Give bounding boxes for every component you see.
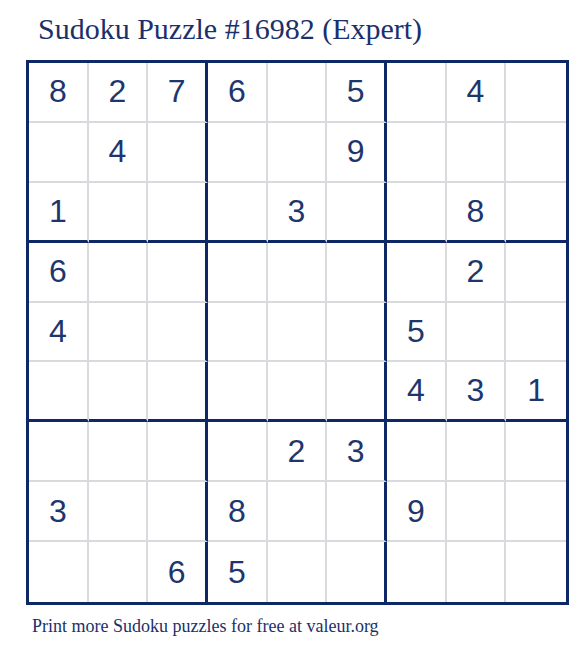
cell-r6c1[interactable] — [29, 362, 89, 422]
cell-r5c8[interactable] — [447, 303, 507, 363]
cell-r7c6: 3 — [327, 422, 387, 482]
cell-r6c4[interactable] — [208, 362, 268, 422]
cell-r2c6: 9 — [327, 123, 387, 183]
cell-r7c8[interactable] — [447, 422, 507, 482]
cell-r9c6[interactable] — [327, 542, 387, 602]
cell-r9c9[interactable] — [506, 542, 566, 602]
cell-r1c1: 8 — [29, 63, 89, 123]
cell-r9c8[interactable] — [447, 542, 507, 602]
cell-r5c9[interactable] — [506, 303, 566, 363]
cell-r4c1: 6 — [29, 243, 89, 303]
cell-r5c4[interactable] — [208, 303, 268, 363]
cell-r1c7[interactable] — [387, 63, 447, 123]
cell-r2c2: 4 — [89, 123, 149, 183]
page-title: Sudoku Puzzle #16982 (Expert) — [38, 12, 422, 46]
cell-r8c2[interactable] — [89, 482, 149, 542]
cell-r2c1[interactable] — [29, 123, 89, 183]
cell-r4c5[interactable] — [268, 243, 328, 303]
cell-r3c7[interactable] — [387, 183, 447, 243]
cell-r9c1[interactable] — [29, 542, 89, 602]
cell-r7c3[interactable] — [148, 422, 208, 482]
cell-r6c6[interactable] — [327, 362, 387, 422]
sudoku-board: 8276544913862454312338965 — [26, 60, 569, 605]
cell-r3c1: 1 — [29, 183, 89, 243]
cell-r1c5[interactable] — [268, 63, 328, 123]
cell-r7c4[interactable] — [208, 422, 268, 482]
cell-r8c4: 8 — [208, 482, 268, 542]
cell-r4c9[interactable] — [506, 243, 566, 303]
cell-r1c8: 4 — [447, 63, 507, 123]
cell-r4c2[interactable] — [89, 243, 149, 303]
cell-r5c3[interactable] — [148, 303, 208, 363]
cell-r4c6[interactable] — [327, 243, 387, 303]
cell-r7c5: 2 — [268, 422, 328, 482]
cell-r4c4[interactable] — [208, 243, 268, 303]
cell-r4c8: 2 — [447, 243, 507, 303]
cell-r6c3[interactable] — [148, 362, 208, 422]
cell-r2c3[interactable] — [148, 123, 208, 183]
cell-r8c7: 9 — [387, 482, 447, 542]
cell-r1c6: 5 — [327, 63, 387, 123]
cell-r8c3[interactable] — [148, 482, 208, 542]
cell-r1c9[interactable] — [506, 63, 566, 123]
cell-r5c2[interactable] — [89, 303, 149, 363]
cell-r6c7: 4 — [387, 362, 447, 422]
cell-r2c7[interactable] — [387, 123, 447, 183]
cell-r3c4[interactable] — [208, 183, 268, 243]
footer-text: Print more Sudoku puzzles for free at va… — [32, 616, 379, 637]
cell-r3c5: 3 — [268, 183, 328, 243]
cell-r1c4: 6 — [208, 63, 268, 123]
cell-r6c9: 1 — [506, 362, 566, 422]
cell-r9c7[interactable] — [387, 542, 447, 602]
cell-r8c8[interactable] — [447, 482, 507, 542]
cell-r3c2[interactable] — [89, 183, 149, 243]
cell-r3c8: 8 — [447, 183, 507, 243]
cell-r2c5[interactable] — [268, 123, 328, 183]
cell-r9c4: 5 — [208, 542, 268, 602]
cell-r5c6[interactable] — [327, 303, 387, 363]
cell-r2c8[interactable] — [447, 123, 507, 183]
cell-r8c1: 3 — [29, 482, 89, 542]
cell-r3c3[interactable] — [148, 183, 208, 243]
cell-r4c7[interactable] — [387, 243, 447, 303]
cell-r9c2[interactable] — [89, 542, 149, 602]
cell-r7c7[interactable] — [387, 422, 447, 482]
cell-r2c4[interactable] — [208, 123, 268, 183]
cell-r7c1[interactable] — [29, 422, 89, 482]
cell-r5c5[interactable] — [268, 303, 328, 363]
cell-r7c2[interactable] — [89, 422, 149, 482]
cell-r6c5[interactable] — [268, 362, 328, 422]
cell-r2c9[interactable] — [506, 123, 566, 183]
cell-r8c9[interactable] — [506, 482, 566, 542]
cell-r7c9[interactable] — [506, 422, 566, 482]
cell-r5c7: 5 — [387, 303, 447, 363]
cell-r8c6[interactable] — [327, 482, 387, 542]
cell-r1c3: 7 — [148, 63, 208, 123]
cell-r9c5[interactable] — [268, 542, 328, 602]
cell-r3c9[interactable] — [506, 183, 566, 243]
cell-r1c2: 2 — [89, 63, 149, 123]
cell-r6c8: 3 — [447, 362, 507, 422]
cell-r6c2[interactable] — [89, 362, 149, 422]
cell-r9c3: 6 — [148, 542, 208, 602]
cell-r8c5[interactable] — [268, 482, 328, 542]
cell-r5c1: 4 — [29, 303, 89, 363]
cell-r3c6[interactable] — [327, 183, 387, 243]
cell-r4c3[interactable] — [148, 243, 208, 303]
